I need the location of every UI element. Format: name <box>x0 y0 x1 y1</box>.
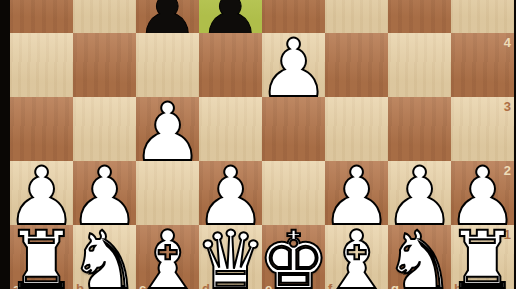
square-e4[interactable]: ♟ <box>262 33 325 97</box>
square-c3[interactable]: ♟ <box>136 97 199 161</box>
square-h2[interactable]: 2♟ <box>451 161 514 225</box>
piece-white-P-e4: ♟ <box>262 33 325 97</box>
square-c2[interactable] <box>136 161 199 225</box>
piece-white-P-b2: ♟ <box>73 161 136 225</box>
board-viewport: ♜♞♝♛♚♝♞8♜♟♟♟♟♟7♟6♟♟5♟4♟3♟♟♟♟♟2♟a♜b♞c♝d♛e… <box>10 0 514 289</box>
square-h4[interactable]: 4 <box>451 33 514 97</box>
square-b2[interactable]: ♟ <box>73 161 136 225</box>
square-g5[interactable] <box>388 0 451 33</box>
rank-label-3: 3 <box>504 99 511 114</box>
piece-white-P-a2: ♟ <box>10 161 73 225</box>
square-f2[interactable]: ♟ <box>325 161 388 225</box>
square-a2[interactable]: ♟ <box>10 161 73 225</box>
rank-label-2: 2 <box>504 163 511 178</box>
file-label-a: a <box>13 281 20 289</box>
square-e2[interactable] <box>262 161 325 225</box>
file-label-f: f <box>328 281 332 289</box>
piece-white-B-f1: ♝ <box>325 225 388 289</box>
piece-white-P-g2: ♟ <box>388 161 451 225</box>
file-label-g: g <box>391 281 399 289</box>
board: ♜♞♝♛♚♝♞8♜♟♟♟♟♟7♟6♟♟5♟4♟3♟♟♟♟♟2♟a♜b♞c♝d♛e… <box>10 0 514 289</box>
file-label-e: e <box>265 281 272 289</box>
square-h5[interactable]: 5 <box>451 0 514 33</box>
file-label-h: h <box>454 281 462 289</box>
square-e1[interactable]: e♚ <box>262 225 325 289</box>
piece-white-K-e1: ♚ <box>262 225 325 289</box>
piece-black-P-d5: ♟ <box>199 0 262 33</box>
square-g4[interactable] <box>388 33 451 97</box>
square-c5[interactable]: ♟ <box>136 0 199 33</box>
piece-white-N-b1: ♞ <box>73 225 136 289</box>
letterbox-left <box>0 0 10 289</box>
square-a5[interactable] <box>10 0 73 33</box>
square-f1[interactable]: f♝ <box>325 225 388 289</box>
piece-white-N-g1: ♞ <box>388 225 451 289</box>
square-b5[interactable] <box>73 0 136 33</box>
square-g3[interactable] <box>388 97 451 161</box>
piece-white-R-a1: ♜ <box>10 225 73 289</box>
file-label-b: b <box>76 281 84 289</box>
square-c4[interactable] <box>136 33 199 97</box>
piece-white-P-c3: ♟ <box>136 97 199 161</box>
square-a4[interactable] <box>10 33 73 97</box>
piece-white-P-d2: ♟ <box>199 161 262 225</box>
piece-white-Q-d1: ♛ <box>199 225 262 289</box>
square-f4[interactable] <box>325 33 388 97</box>
piece-white-P-f2: ♟ <box>325 161 388 225</box>
square-b4[interactable] <box>73 33 136 97</box>
square-d1[interactable]: d♛ <box>199 225 262 289</box>
chess-board-screen: ♜♞♝♛♚♝♞8♜♟♟♟♟♟7♟6♟♟5♟4♟3♟♟♟♟♟2♟a♜b♞c♝d♛e… <box>0 0 516 289</box>
square-h3[interactable]: 3 <box>451 97 514 161</box>
square-g1[interactable]: g♞ <box>388 225 451 289</box>
piece-white-B-c1: ♝ <box>136 225 199 289</box>
rank-label-4: 4 <box>504 35 511 50</box>
square-d2[interactable]: ♟ <box>199 161 262 225</box>
square-d3[interactable] <box>199 97 262 161</box>
file-label-d: d <box>202 281 210 289</box>
square-b1[interactable]: b♞ <box>73 225 136 289</box>
square-d5[interactable]: ♟ <box>199 0 262 33</box>
rank-label-1: 1 <box>504 227 511 242</box>
square-a1[interactable]: a♜ <box>10 225 73 289</box>
piece-black-P-c5: ♟ <box>136 0 199 33</box>
square-a3[interactable] <box>10 97 73 161</box>
square-h1[interactable]: 1h♜ <box>451 225 514 289</box>
square-c1[interactable]: c♝ <box>136 225 199 289</box>
square-e3[interactable] <box>262 97 325 161</box>
square-d4[interactable] <box>199 33 262 97</box>
square-f5[interactable] <box>325 0 388 33</box>
square-b3[interactable] <box>73 97 136 161</box>
square-g2[interactable]: ♟ <box>388 161 451 225</box>
square-e5[interactable] <box>262 0 325 33</box>
file-label-c: c <box>139 281 146 289</box>
square-f3[interactable] <box>325 97 388 161</box>
